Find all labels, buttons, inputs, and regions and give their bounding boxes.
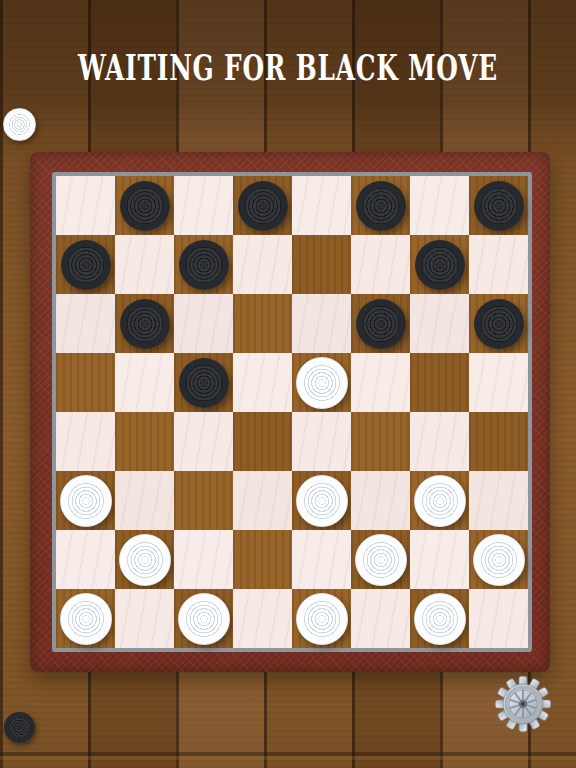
square-5-3[interactable] (233, 471, 292, 530)
piece-black[interactable] (356, 181, 406, 231)
square-4-0[interactable] (56, 412, 115, 471)
white-indicator-piece (3, 108, 36, 141)
square-0-7[interactable] (469, 176, 528, 235)
square-5-4[interactable] (292, 471, 351, 530)
piece-white[interactable] (414, 593, 466, 645)
checkers-board (56, 176, 528, 648)
square-6-0[interactable] (56, 530, 115, 589)
square-1-5[interactable] (351, 235, 410, 294)
square-2-1[interactable] (115, 294, 174, 353)
piece-white[interactable] (178, 593, 230, 645)
piece-black[interactable] (238, 181, 288, 231)
square-6-6[interactable] (410, 530, 469, 589)
square-4-4[interactable] (292, 412, 351, 471)
square-2-6[interactable] (410, 294, 469, 353)
square-2-2[interactable] (174, 294, 233, 353)
piece-black[interactable] (474, 181, 524, 231)
square-1-6[interactable] (410, 235, 469, 294)
square-3-2[interactable] (174, 353, 233, 412)
square-5-1[interactable] (115, 471, 174, 530)
square-7-7[interactable] (469, 589, 528, 648)
square-6-5[interactable] (351, 530, 410, 589)
square-5-6[interactable] (410, 471, 469, 530)
square-3-0[interactable] (56, 353, 115, 412)
square-3-5[interactable] (351, 353, 410, 412)
square-5-7[interactable] (469, 471, 528, 530)
piece-black[interactable] (120, 181, 170, 231)
piece-white[interactable] (119, 534, 171, 586)
square-3-4[interactable] (292, 353, 351, 412)
black-indicator-piece (4, 712, 35, 743)
square-6-2[interactable] (174, 530, 233, 589)
square-7-1[interactable] (115, 589, 174, 648)
square-3-1[interactable] (115, 353, 174, 412)
square-4-2[interactable] (174, 412, 233, 471)
square-1-1[interactable] (115, 235, 174, 294)
square-4-6[interactable] (410, 412, 469, 471)
square-3-6[interactable] (410, 353, 469, 412)
square-5-2[interactable] (174, 471, 233, 530)
square-2-5[interactable] (351, 294, 410, 353)
square-7-2[interactable] (174, 589, 233, 648)
board-frame (30, 152, 550, 672)
square-0-1[interactable] (115, 176, 174, 235)
square-6-7[interactable] (469, 530, 528, 589)
square-4-5[interactable] (351, 412, 410, 471)
square-2-0[interactable] (56, 294, 115, 353)
square-5-5[interactable] (351, 471, 410, 530)
square-7-3[interactable] (233, 589, 292, 648)
square-4-3[interactable] (233, 412, 292, 471)
square-0-6[interactable] (410, 176, 469, 235)
square-6-3[interactable] (233, 530, 292, 589)
square-1-7[interactable] (469, 235, 528, 294)
piece-white[interactable] (355, 534, 407, 586)
square-4-7[interactable] (469, 412, 528, 471)
square-5-0[interactable] (56, 471, 115, 530)
square-6-1[interactable] (115, 530, 174, 589)
square-0-0[interactable] (56, 176, 115, 235)
app-background: WAITING FOR BLACK MOVE (0, 0, 576, 768)
square-4-1[interactable] (115, 412, 174, 471)
square-1-3[interactable] (233, 235, 292, 294)
square-7-6[interactable] (410, 589, 469, 648)
piece-black[interactable] (474, 299, 524, 349)
square-6-4[interactable] (292, 530, 351, 589)
piece-white[interactable] (296, 593, 348, 645)
piece-white[interactable] (296, 475, 348, 527)
piece-white[interactable] (60, 593, 112, 645)
square-3-7[interactable] (469, 353, 528, 412)
square-1-2[interactable] (174, 235, 233, 294)
piece-black[interactable] (179, 358, 229, 408)
square-2-4[interactable] (292, 294, 351, 353)
square-7-5[interactable] (351, 589, 410, 648)
square-7-0[interactable] (56, 589, 115, 648)
square-0-5[interactable] (351, 176, 410, 235)
square-1-4[interactable] (292, 235, 351, 294)
square-2-3[interactable] (233, 294, 292, 353)
piece-black[interactable] (61, 240, 111, 290)
piece-black[interactable] (356, 299, 406, 349)
square-0-2[interactable] (174, 176, 233, 235)
piece-black[interactable] (120, 299, 170, 349)
piece-white[interactable] (414, 475, 466, 527)
board-trim (52, 172, 532, 652)
square-2-7[interactable] (469, 294, 528, 353)
square-0-3[interactable] (233, 176, 292, 235)
settings-gear-icon[interactable] (494, 675, 552, 733)
piece-white[interactable] (296, 357, 348, 409)
square-0-4[interactable] (292, 176, 351, 235)
piece-white[interactable] (60, 475, 112, 527)
square-1-0[interactable] (56, 235, 115, 294)
piece-black[interactable] (415, 240, 465, 290)
square-7-4[interactable] (292, 589, 351, 648)
piece-black[interactable] (179, 240, 229, 290)
piece-white[interactable] (473, 534, 525, 586)
status-text: WAITING FOR BLACK MOVE (58, 48, 519, 88)
square-3-3[interactable] (233, 353, 292, 412)
